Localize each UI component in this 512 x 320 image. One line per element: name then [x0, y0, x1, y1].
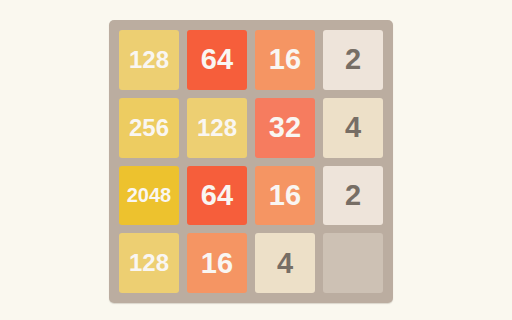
tile-16: 16 — [187, 233, 247, 293]
tile-128: 128 — [119, 30, 179, 90]
tile-128: 128 — [187, 98, 247, 158]
game-board-2048[interactable]: 12864162256128324204864162128164 — [109, 20, 393, 303]
tile-32: 32 — [255, 98, 315, 158]
tile-2: 2 — [323, 30, 383, 90]
tile-16: 16 — [255, 166, 315, 226]
tile-16: 16 — [255, 30, 315, 90]
tile-4: 4 — [323, 98, 383, 158]
tile-128: 128 — [119, 233, 179, 293]
tile-64: 64 — [187, 166, 247, 226]
tile-256: 256 — [119, 98, 179, 158]
empty-cell — [323, 233, 383, 293]
tile-4: 4 — [255, 233, 315, 293]
tile-2048: 2048 — [119, 166, 179, 226]
tile-64: 64 — [187, 30, 247, 90]
tile-2: 2 — [323, 166, 383, 226]
